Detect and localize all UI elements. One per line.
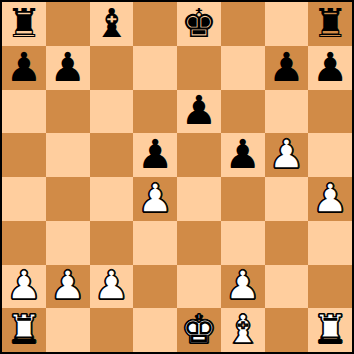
square-g6[interactable] xyxy=(265,90,309,134)
black-pawn[interactable]: ♟ xyxy=(50,47,86,87)
square-h2[interactable] xyxy=(308,265,352,309)
white-pawn[interactable]: ♟ xyxy=(50,265,86,305)
black-pawn[interactable]: ♟ xyxy=(268,47,304,87)
square-h7[interactable]: ♟ xyxy=(308,46,352,90)
square-b2[interactable]: ♟ xyxy=(46,265,90,309)
white-pawn[interactable]: ♟ xyxy=(6,265,42,305)
square-f1[interactable]: ♝ xyxy=(221,308,265,352)
square-c7[interactable] xyxy=(90,46,134,90)
black-pawn[interactable]: ♟ xyxy=(225,134,261,174)
square-d1[interactable] xyxy=(133,308,177,352)
black-bishop[interactable]: ♝ xyxy=(93,3,129,43)
black-rook[interactable]: ♜ xyxy=(312,3,348,43)
chess-board: ♜♝♚♜♟♟♟♟♟♟♟♟♟♟♟♟♟♟♜♚♝♜ xyxy=(2,2,352,352)
square-d6[interactable] xyxy=(133,90,177,134)
black-pawn[interactable]: ♟ xyxy=(6,47,42,87)
square-e7[interactable] xyxy=(177,46,221,90)
square-b7[interactable]: ♟ xyxy=(46,46,90,90)
square-d3[interactable] xyxy=(133,221,177,265)
white-pawn[interactable]: ♟ xyxy=(312,178,348,218)
square-c5[interactable] xyxy=(90,133,134,177)
square-e1[interactable]: ♚ xyxy=(177,308,221,352)
board-frame: ♜♝♚♜♟♟♟♟♟♟♟♟♟♟♟♟♟♟♜♚♝♜ xyxy=(0,0,354,354)
square-d4[interactable]: ♟ xyxy=(133,177,177,221)
square-b6[interactable] xyxy=(46,90,90,134)
square-a4[interactable] xyxy=(2,177,46,221)
square-c4[interactable] xyxy=(90,177,134,221)
square-c6[interactable] xyxy=(90,90,134,134)
black-pawn[interactable]: ♟ xyxy=(137,134,173,174)
square-d2[interactable] xyxy=(133,265,177,309)
white-rook[interactable]: ♜ xyxy=(6,309,42,349)
square-h1[interactable]: ♜ xyxy=(308,308,352,352)
black-king[interactable]: ♚ xyxy=(181,3,217,43)
square-e2[interactable] xyxy=(177,265,221,309)
square-e4[interactable] xyxy=(177,177,221,221)
square-a8[interactable]: ♜ xyxy=(2,2,46,46)
square-f3[interactable] xyxy=(221,221,265,265)
square-h8[interactable]: ♜ xyxy=(308,2,352,46)
black-pawn[interactable]: ♟ xyxy=(312,47,348,87)
square-f7[interactable] xyxy=(221,46,265,90)
square-c3[interactable] xyxy=(90,221,134,265)
square-h4[interactable]: ♟ xyxy=(308,177,352,221)
square-a3[interactable] xyxy=(2,221,46,265)
square-h6[interactable] xyxy=(308,90,352,134)
square-d7[interactable] xyxy=(133,46,177,90)
square-g5[interactable]: ♟ xyxy=(265,133,309,177)
white-pawn[interactable]: ♟ xyxy=(137,178,173,218)
square-f5[interactable]: ♟ xyxy=(221,133,265,177)
square-g3[interactable] xyxy=(265,221,309,265)
square-g1[interactable] xyxy=(265,308,309,352)
square-e5[interactable] xyxy=(177,133,221,177)
square-b5[interactable] xyxy=(46,133,90,177)
white-king[interactable]: ♚ xyxy=(181,309,217,349)
white-pawn[interactable]: ♟ xyxy=(268,134,304,174)
square-g7[interactable]: ♟ xyxy=(265,46,309,90)
square-f8[interactable] xyxy=(221,2,265,46)
white-bishop[interactable]: ♝ xyxy=(225,309,261,349)
square-g2[interactable] xyxy=(265,265,309,309)
black-pawn[interactable]: ♟ xyxy=(181,90,217,130)
square-e3[interactable] xyxy=(177,221,221,265)
white-pawn[interactable]: ♟ xyxy=(225,265,261,305)
square-a2[interactable]: ♟ xyxy=(2,265,46,309)
square-b3[interactable] xyxy=(46,221,90,265)
square-f4[interactable] xyxy=(221,177,265,221)
white-rook[interactable]: ♜ xyxy=(312,309,348,349)
square-d5[interactable]: ♟ xyxy=(133,133,177,177)
square-h3[interactable] xyxy=(308,221,352,265)
square-a7[interactable]: ♟ xyxy=(2,46,46,90)
square-c8[interactable]: ♝ xyxy=(90,2,134,46)
square-g4[interactable] xyxy=(265,177,309,221)
square-b8[interactable] xyxy=(46,2,90,46)
square-a5[interactable] xyxy=(2,133,46,177)
square-c2[interactable]: ♟ xyxy=(90,265,134,309)
square-f2[interactable]: ♟ xyxy=(221,265,265,309)
square-f6[interactable] xyxy=(221,90,265,134)
square-e6[interactable]: ♟ xyxy=(177,90,221,134)
square-d8[interactable] xyxy=(133,2,177,46)
square-b4[interactable] xyxy=(46,177,90,221)
square-g8[interactable] xyxy=(265,2,309,46)
square-b1[interactable] xyxy=(46,308,90,352)
square-a1[interactable]: ♜ xyxy=(2,308,46,352)
square-e8[interactable]: ♚ xyxy=(177,2,221,46)
square-c1[interactable] xyxy=(90,308,134,352)
white-pawn[interactable]: ♟ xyxy=(93,265,129,305)
square-a6[interactable] xyxy=(2,90,46,134)
square-h5[interactable] xyxy=(308,133,352,177)
black-rook[interactable]: ♜ xyxy=(6,3,42,43)
